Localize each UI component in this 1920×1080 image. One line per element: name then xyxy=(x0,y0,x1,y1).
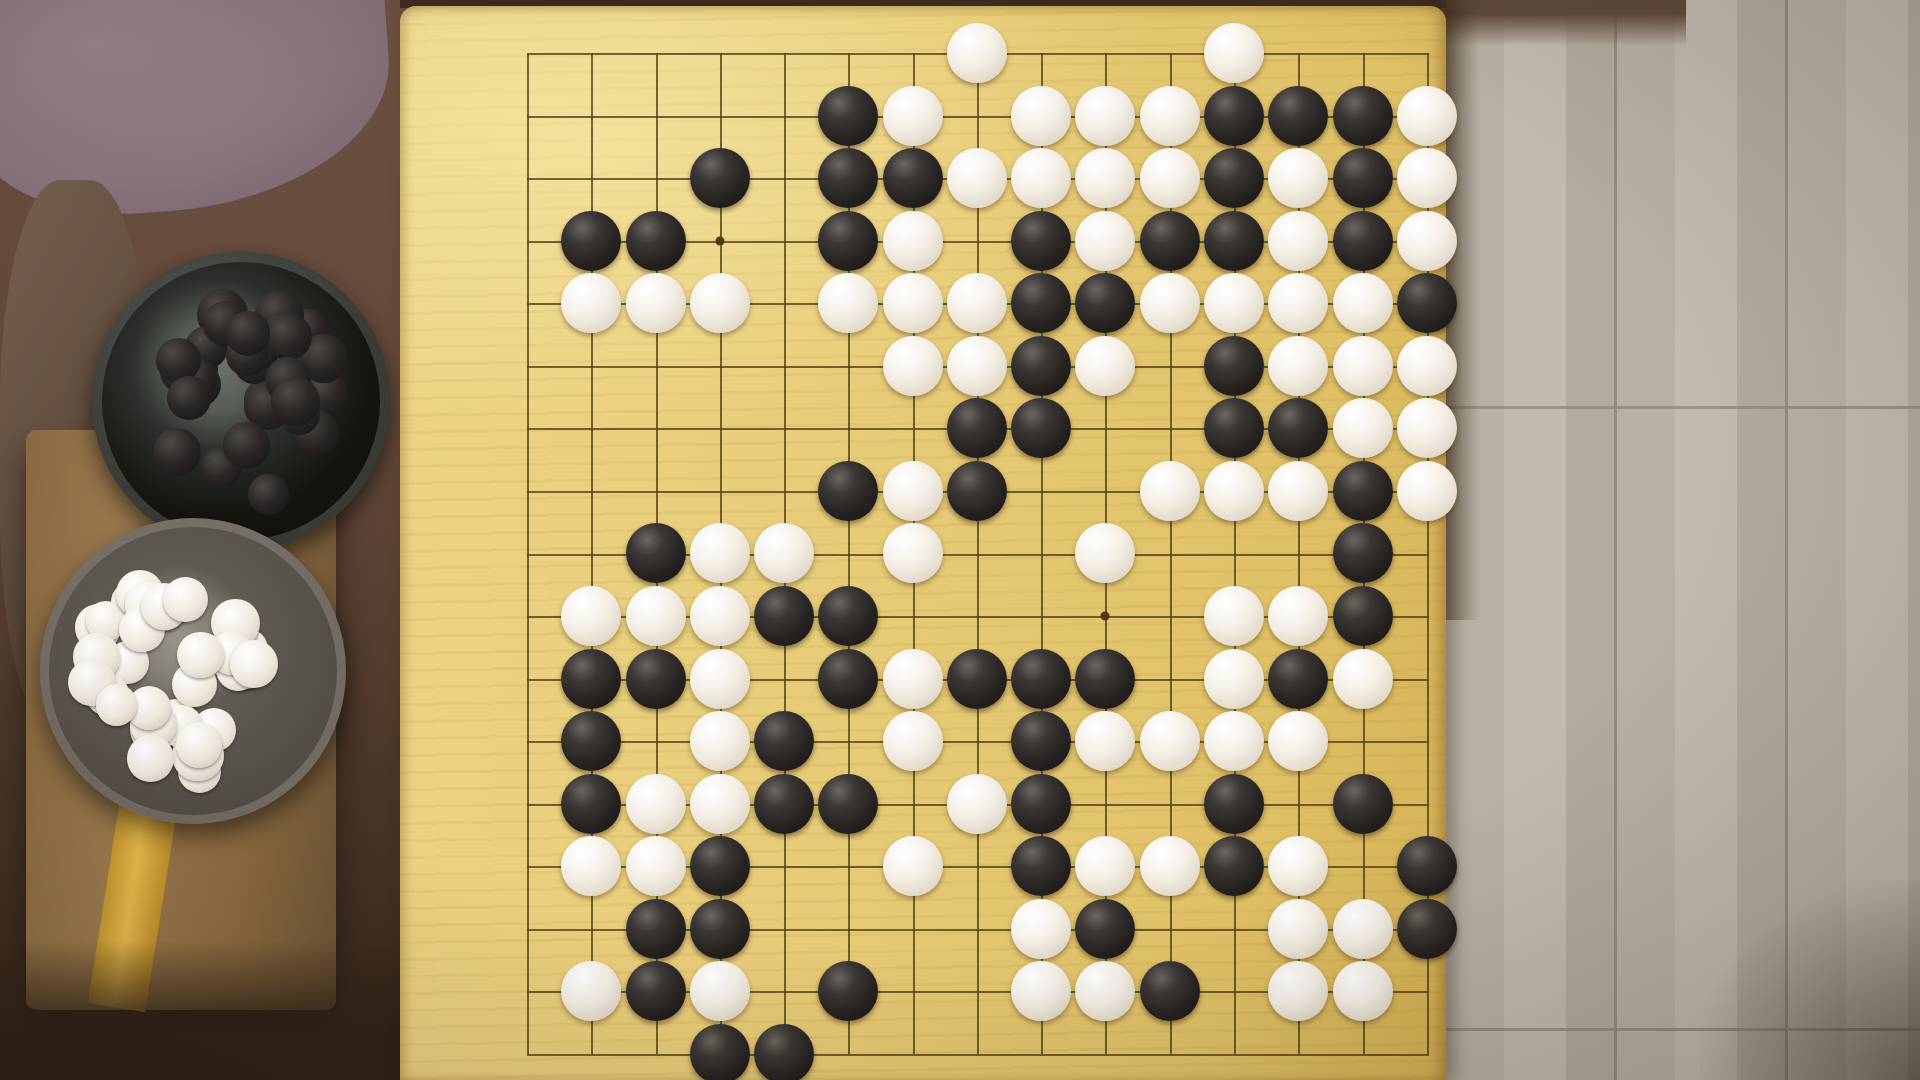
black-stone xyxy=(1333,774,1393,834)
black-stone xyxy=(1397,273,1457,333)
bowl-white-stone xyxy=(127,735,174,782)
white-stone xyxy=(1204,586,1264,646)
white-stone xyxy=(690,711,750,771)
black-stone xyxy=(1011,398,1071,458)
white-stone xyxy=(1333,398,1393,458)
white-stone xyxy=(1268,148,1328,208)
white-stone xyxy=(1397,398,1457,458)
black-stone xyxy=(1333,148,1393,208)
white-stone xyxy=(1075,211,1135,271)
white-stone xyxy=(754,523,814,583)
black-stone xyxy=(626,961,686,1021)
white-stone xyxy=(690,774,750,834)
floor-shadow-band xyxy=(1446,0,1686,46)
black-stone xyxy=(1333,461,1393,521)
black-stone xyxy=(1268,398,1328,458)
bowl-black-stone xyxy=(167,376,211,420)
bowl-white-stone xyxy=(96,684,138,726)
black-stone xyxy=(1011,273,1071,333)
white-stone xyxy=(883,336,943,396)
white-stone xyxy=(1397,86,1457,146)
bowl-black-stone xyxy=(264,313,311,360)
white-stone xyxy=(1140,836,1200,896)
black-stone xyxy=(818,211,878,271)
white-stone xyxy=(1268,211,1328,271)
white-stone xyxy=(883,86,943,146)
white-stone xyxy=(626,836,686,896)
white-stone xyxy=(883,649,943,709)
white-stones-bowl xyxy=(40,518,346,824)
bowl-black-stone xyxy=(226,311,270,355)
black-stone xyxy=(883,148,943,208)
black-stone xyxy=(1333,523,1393,583)
white-stone xyxy=(1204,461,1264,521)
white-stone xyxy=(1204,711,1264,771)
black-stone xyxy=(561,211,621,271)
white-stone xyxy=(1075,148,1135,208)
white-stone xyxy=(1011,899,1071,959)
black-stone xyxy=(1011,336,1071,396)
white-stone xyxy=(690,649,750,709)
white-stone xyxy=(1333,336,1393,396)
white-stone xyxy=(1140,461,1200,521)
black-stone xyxy=(1140,961,1200,1021)
bowl-white-stone xyxy=(163,577,209,623)
white-stone xyxy=(1075,711,1135,771)
white-stone xyxy=(1397,461,1457,521)
star-point xyxy=(1101,612,1110,621)
white-stone xyxy=(947,23,1007,83)
white-stone xyxy=(561,836,621,896)
black-stone xyxy=(947,461,1007,521)
black-stone xyxy=(1204,398,1264,458)
white-stone xyxy=(1268,586,1328,646)
black-stone xyxy=(1011,774,1071,834)
white-stone xyxy=(818,273,878,333)
bowl-black-stone xyxy=(223,422,270,469)
bowl-white-stone xyxy=(230,640,278,688)
black-stone xyxy=(561,774,621,834)
corner-shadow xyxy=(1700,880,1920,1080)
black-stone xyxy=(626,523,686,583)
white-stone xyxy=(947,273,1007,333)
white-stone xyxy=(1075,961,1135,1021)
black-stone xyxy=(1011,836,1071,896)
white-stone xyxy=(1075,836,1135,896)
black-stone xyxy=(947,398,1007,458)
black-stone xyxy=(1268,649,1328,709)
white-stone xyxy=(883,461,943,521)
white-stone xyxy=(1011,148,1071,208)
scene xyxy=(0,0,1920,1080)
black-stone xyxy=(1204,211,1264,271)
black-stone xyxy=(1011,711,1071,771)
bowl-white-stone xyxy=(177,632,224,679)
white-stone xyxy=(1011,961,1071,1021)
black-stone xyxy=(818,774,878,834)
white-stone xyxy=(561,586,621,646)
white-stone xyxy=(626,273,686,333)
white-stone xyxy=(947,774,1007,834)
black-stone xyxy=(690,148,750,208)
bowl-black-stone xyxy=(153,428,201,476)
black-stone xyxy=(1011,649,1071,709)
black-stone xyxy=(1268,86,1328,146)
black-stone xyxy=(1397,899,1457,959)
white-stone xyxy=(1075,523,1135,583)
white-stone xyxy=(626,774,686,834)
white-stone xyxy=(626,586,686,646)
bowl-white-stone xyxy=(176,722,222,768)
black-stone xyxy=(818,586,878,646)
black-stone xyxy=(1011,211,1071,271)
white-stone xyxy=(1140,711,1200,771)
white-stone xyxy=(1140,86,1200,146)
white-stone xyxy=(883,273,943,333)
black-stone xyxy=(1333,211,1393,271)
black-stone xyxy=(1075,273,1135,333)
black-stone xyxy=(754,711,814,771)
black-stone xyxy=(818,961,878,1021)
black-stone xyxy=(754,774,814,834)
white-stone xyxy=(1268,273,1328,333)
white-stone xyxy=(1204,23,1264,83)
white-stone xyxy=(883,836,943,896)
white-stone xyxy=(561,273,621,333)
white-stone xyxy=(690,586,750,646)
white-stone xyxy=(1140,273,1200,333)
white-stone xyxy=(1075,86,1135,146)
black-stone xyxy=(1204,148,1264,208)
floor-plank-seam xyxy=(1446,406,1920,409)
black-stone xyxy=(626,649,686,709)
black-stones-bowl xyxy=(92,252,390,550)
white-stone xyxy=(1268,461,1328,521)
bowl-black-stone xyxy=(248,474,289,515)
black-stone xyxy=(1204,86,1264,146)
white-stone xyxy=(1397,148,1457,208)
white-stone xyxy=(1268,836,1328,896)
white-stone xyxy=(1397,211,1457,271)
star-point xyxy=(715,236,724,245)
white-stone xyxy=(1140,148,1200,208)
black-stone xyxy=(818,461,878,521)
white-stone xyxy=(947,148,1007,208)
white-stone xyxy=(1397,336,1457,396)
grid-line-horizontal xyxy=(527,1054,1429,1056)
black-stone xyxy=(561,649,621,709)
white-stone xyxy=(1333,899,1393,959)
floor-shadow xyxy=(0,940,430,1080)
black-stone xyxy=(690,836,750,896)
black-stone xyxy=(754,1024,814,1080)
white-stone xyxy=(1268,961,1328,1021)
white-stone xyxy=(1204,649,1264,709)
black-stone xyxy=(818,86,878,146)
black-stone xyxy=(1204,774,1264,834)
black-stone xyxy=(818,148,878,208)
black-stone xyxy=(754,586,814,646)
black-stone xyxy=(626,211,686,271)
white-stone xyxy=(1075,336,1135,396)
black-stone xyxy=(561,711,621,771)
white-stone xyxy=(883,711,943,771)
white-stone xyxy=(1333,961,1393,1021)
white-stone xyxy=(1268,899,1328,959)
black-stone xyxy=(1397,836,1457,896)
black-stone xyxy=(1075,649,1135,709)
black-stone xyxy=(626,899,686,959)
black-stone xyxy=(1140,211,1200,271)
black-stone xyxy=(947,649,1007,709)
white-stone xyxy=(1333,273,1393,333)
bowl-black-stone xyxy=(271,377,320,426)
black-stone xyxy=(1333,586,1393,646)
white-stone xyxy=(561,961,621,1021)
white-stone xyxy=(1011,86,1071,146)
white-stone xyxy=(883,523,943,583)
white-stone xyxy=(883,211,943,271)
black-stone xyxy=(690,1024,750,1080)
white-stone xyxy=(1268,336,1328,396)
white-stone xyxy=(690,523,750,583)
black-stone xyxy=(1204,336,1264,396)
black-stone xyxy=(690,899,750,959)
white-stone xyxy=(947,336,1007,396)
go-board[interactable] xyxy=(400,6,1446,1080)
black-stone xyxy=(1075,899,1135,959)
white-stone xyxy=(690,961,750,1021)
white-stone xyxy=(690,273,750,333)
white-stone xyxy=(1333,649,1393,709)
white-stone xyxy=(1204,273,1264,333)
black-stone xyxy=(1204,836,1264,896)
black-stone xyxy=(1333,86,1393,146)
black-stone xyxy=(818,649,878,709)
white-stone xyxy=(1268,711,1328,771)
